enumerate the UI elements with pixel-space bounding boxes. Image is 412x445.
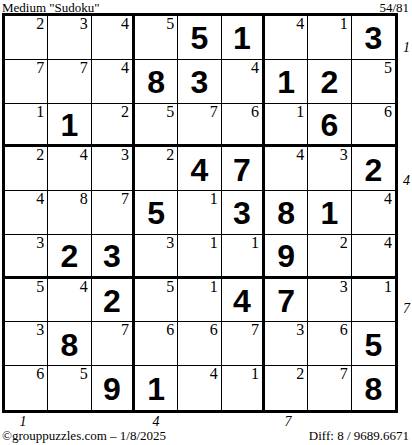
- corner-mark: 2: [36, 16, 44, 33]
- corner-mark: 7: [36, 60, 44, 77]
- corner-mark: 6: [210, 322, 218, 339]
- cell-r3c1[interactable]: 1: [5, 104, 48, 148]
- cell-r5c3[interactable]: 7: [92, 191, 135, 235]
- cell-r5c7[interactable]: 8: [265, 191, 308, 235]
- cell-r1c5[interactable]: 5: [178, 16, 221, 60]
- cell-r8c9[interactable]: 5: [352, 322, 395, 366]
- corner-mark: 5: [166, 279, 174, 296]
- cell-r6c4[interactable]: 3: [135, 235, 178, 279]
- cell-r1c9[interactable]: 3: [352, 16, 395, 60]
- corner-mark: 8: [80, 191, 88, 208]
- corner-mark: 1: [296, 104, 304, 121]
- corner-mark: 3: [36, 235, 44, 252]
- corner-mark: 1: [210, 279, 218, 296]
- cell-r4c6[interactable]: 7: [222, 147, 265, 191]
- cell-r5c8[interactable]: 1: [308, 191, 351, 235]
- cell-r5c6[interactable]: 3: [222, 191, 265, 235]
- cell-r4c1[interactable]: 2: [5, 147, 48, 191]
- cell-r5c4[interactable]: 5: [135, 191, 178, 235]
- cell-value: 2: [321, 66, 339, 98]
- corner-mark: 5: [384, 60, 392, 77]
- corner-mark: 2: [121, 104, 129, 121]
- cell-value: 8: [147, 66, 165, 98]
- cell-r3c8[interactable]: 6: [308, 104, 351, 148]
- cell-r1c8[interactable]: 1: [308, 16, 351, 60]
- cell-r3c3[interactable]: 2: [92, 104, 135, 148]
- cell-r4c7[interactable]: 4: [265, 147, 308, 191]
- cell-value: 2: [61, 240, 79, 272]
- corner-mark: 1: [210, 191, 218, 208]
- difficulty-text: Diff: 8 / 9689.6671: [309, 428, 409, 444]
- cell-r5c9[interactable]: 4: [352, 191, 395, 235]
- cell-r3c6[interactable]: 6: [222, 104, 265, 148]
- corner-mark: 7: [340, 366, 348, 383]
- cell-r1c1[interactable]: 2: [5, 16, 48, 60]
- corner-mark: 4: [210, 366, 218, 383]
- cell-r8c3[interactable]: 7: [92, 322, 135, 366]
- corner-mark: 1: [251, 235, 259, 252]
- cell-r6c6[interactable]: 1: [222, 235, 265, 279]
- cell-r1c4[interactable]: 5: [135, 16, 178, 60]
- cell-value: 3: [191, 66, 209, 98]
- cell-value: 8: [364, 373, 382, 405]
- corner-mark: 2: [340, 235, 348, 252]
- cell-r9c7[interactable]: 2: [265, 366, 308, 410]
- cell-r7c7[interactable]: 7: [265, 279, 308, 323]
- cell-value: 3: [364, 22, 382, 54]
- corner-mark: 3: [166, 235, 174, 252]
- corner-mark: 7: [121, 191, 129, 208]
- corner-mark: 6: [340, 322, 348, 339]
- cell-r9c5[interactable]: 4: [178, 366, 221, 410]
- cell-r9c6[interactable]: 1: [222, 366, 265, 410]
- cell-r4c8[interactable]: 3: [308, 147, 351, 191]
- cell-value: 7: [277, 285, 295, 317]
- cell-r6c3[interactable]: 3: [92, 235, 135, 279]
- cell-r1c7[interactable]: 4: [265, 16, 308, 60]
- cell-r2c9[interactable]: 5: [352, 60, 395, 104]
- cell-r7c3[interactable]: 2: [92, 279, 135, 323]
- corner-mark: 5: [166, 16, 174, 33]
- corner-mark: 7: [251, 322, 259, 339]
- cell-r8c7[interactable]: 3: [265, 322, 308, 366]
- corner-mark: 4: [121, 60, 129, 77]
- cell-value: 2: [364, 154, 382, 186]
- cell-value: 7: [233, 154, 251, 186]
- row-axis-label-7: 7: [401, 301, 412, 317]
- corner-mark: 5: [166, 104, 174, 121]
- cell-r5c5[interactable]: 1: [178, 191, 221, 235]
- cell-r2c3[interactable]: 4: [92, 60, 135, 104]
- cell-value: 3: [233, 197, 251, 229]
- corner-mark: 6: [36, 366, 44, 383]
- corner-mark: 2: [36, 147, 44, 164]
- cell-r6c1[interactable]: 3: [5, 235, 48, 279]
- corner-mark: 1: [384, 279, 392, 296]
- corner-mark: 4: [384, 235, 392, 252]
- cell-r4c9[interactable]: 2: [352, 147, 395, 191]
- sudoku-page: Medium "Sudoku" 54/81 234551413774834125…: [0, 0, 412, 445]
- cell-r8c5[interactable]: 6: [178, 322, 221, 366]
- cell-value: 1: [61, 109, 79, 141]
- cell-r4c3[interactable]: 3: [92, 147, 135, 191]
- corner-mark: 4: [121, 16, 129, 33]
- corner-mark: 3: [80, 16, 88, 33]
- cell-r3c5[interactable]: 7: [178, 104, 221, 148]
- corner-mark: 3: [340, 279, 348, 296]
- cell-r7c1[interactable]: 5: [5, 279, 48, 323]
- cell-value: 4: [191, 154, 209, 186]
- cell-value: 5: [191, 22, 209, 54]
- corner-mark: 1: [340, 16, 348, 33]
- cell-r6c5[interactable]: 1: [178, 235, 221, 279]
- corner-mark: 3: [340, 147, 348, 164]
- corner-mark: 7: [210, 104, 218, 121]
- cell-r3c7[interactable]: 1: [265, 104, 308, 148]
- cell-r8c6[interactable]: 7: [222, 322, 265, 366]
- cell-value: 8: [277, 197, 295, 229]
- cell-r6c9[interactable]: 4: [352, 235, 395, 279]
- corner-mark: 2: [296, 366, 304, 383]
- cell-r8c1[interactable]: 3: [5, 322, 48, 366]
- corner-mark: 4: [296, 16, 304, 33]
- corner-mark: 1: [210, 235, 218, 252]
- cell-r2c5[interactable]: 3: [178, 60, 221, 104]
- cell-r2c8[interactable]: 2: [308, 60, 351, 104]
- cell-value: 1: [147, 373, 165, 405]
- corner-mark: 7: [80, 60, 88, 77]
- cell-r7c2[interactable]: 4: [48, 279, 91, 323]
- cell-r9c4[interactable]: 1: [135, 366, 178, 410]
- cell-r4c5[interactable]: 4: [178, 147, 221, 191]
- cell-value: 4: [233, 285, 251, 317]
- corner-mark: 6: [251, 104, 259, 121]
- corner-mark: 5: [36, 279, 44, 296]
- corner-mark: 4: [80, 279, 88, 296]
- corner-mark: 4: [251, 60, 259, 77]
- cell-r4c4[interactable]: 2: [135, 147, 178, 191]
- cell-value: 5: [364, 329, 382, 361]
- corner-mark: 4: [296, 147, 304, 164]
- corner-mark: 2: [166, 147, 174, 164]
- cell-r5c1[interactable]: 4: [5, 191, 48, 235]
- cell-value: 8: [61, 329, 79, 361]
- corner-mark: 1: [251, 366, 259, 383]
- cell-r7c6[interactable]: 4: [222, 279, 265, 323]
- cell-r4c2[interactable]: 4: [48, 147, 91, 191]
- cell-r7c5[interactable]: 1: [178, 279, 221, 323]
- corner-mark: 5: [80, 366, 88, 383]
- cell-r7c4[interactable]: 5: [135, 279, 178, 323]
- corner-mark: 4: [80, 147, 88, 164]
- cell-r2c1[interactable]: 7: [5, 60, 48, 104]
- cell-value: 9: [277, 240, 295, 272]
- cell-r1c6[interactable]: 1: [222, 16, 265, 60]
- corner-mark: 7: [121, 322, 129, 339]
- cell-r1c3[interactable]: 4: [92, 16, 135, 60]
- cell-r9c2[interactable]: 5: [48, 366, 91, 410]
- corner-mark: 3: [296, 322, 304, 339]
- corner-mark: 4: [36, 191, 44, 208]
- row-axis-label-4: 4: [401, 173, 412, 189]
- cell-r3c2[interactable]: 1: [48, 104, 91, 148]
- corner-mark: 6: [166, 322, 174, 339]
- cell-r8c4[interactable]: 6: [135, 322, 178, 366]
- cell-r7c8[interactable]: 3: [308, 279, 351, 323]
- cell-r6c2[interactable]: 2: [48, 235, 91, 279]
- cell-r5c2[interactable]: 8: [48, 191, 91, 235]
- cell-r6c7[interactable]: 9: [265, 235, 308, 279]
- cell-r1c2[interactable]: 3: [48, 16, 91, 60]
- cell-r7c9[interactable]: 1: [352, 279, 395, 323]
- cell-r2c6[interactable]: 4: [222, 60, 265, 104]
- cell-r2c7[interactable]: 1: [265, 60, 308, 104]
- sudoku-grid: 2345514137748341251125761662432474324875…: [2, 13, 398, 413]
- cell-r2c2[interactable]: 7: [48, 60, 91, 104]
- cell-r9c9[interactable]: 8: [352, 366, 395, 410]
- cell-r9c3[interactable]: 9: [92, 366, 135, 410]
- cell-value: 1: [233, 22, 251, 54]
- copyright-text: ©grouppuzzles.com – 1/8/2025: [2, 428, 166, 444]
- row-axis-label-1: 1: [401, 40, 412, 56]
- cell-value: 3: [103, 240, 121, 272]
- cell-r9c8[interactable]: 7: [308, 366, 351, 410]
- corner-mark: 1: [36, 104, 44, 121]
- cell-r8c8[interactable]: 6: [308, 322, 351, 366]
- cell-value: 9: [103, 373, 121, 405]
- corner-mark: 3: [121, 147, 129, 164]
- cell-r8c2[interactable]: 8: [48, 322, 91, 366]
- cell-value: 6: [321, 109, 339, 141]
- cell-r2c4[interactable]: 8: [135, 60, 178, 104]
- corner-mark: 6: [384, 104, 392, 121]
- col-axis-label-7: 7: [277, 414, 299, 430]
- cell-value: 1: [277, 66, 295, 98]
- cell-r9c1[interactable]: 6: [5, 366, 48, 410]
- cell-r6c8[interactable]: 2: [308, 235, 351, 279]
- corner-mark: 3: [36, 322, 44, 339]
- cell-value: 2: [103, 285, 121, 317]
- cell-r3c4[interactable]: 5: [135, 104, 178, 148]
- corner-mark: 4: [384, 191, 392, 208]
- cell-value: 1: [321, 197, 339, 229]
- cell-r3c9[interactable]: 6: [352, 104, 395, 148]
- cell-value: 5: [147, 197, 165, 229]
